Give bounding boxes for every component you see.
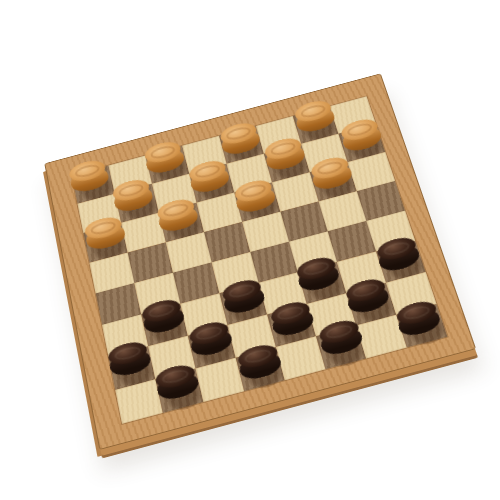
- product-photo: [0, 0, 500, 500]
- checker-dark-piece[interactable]: [219, 276, 266, 316]
- checkers-board: [44, 73, 476, 450]
- square-r4c8[interactable]: [357, 181, 405, 221]
- square-r3c7[interactable]: [310, 162, 357, 201]
- checker-dark-piece[interactable]: [343, 275, 391, 316]
- square-r4c5[interactable]: [242, 212, 289, 252]
- square-r7c3[interactable]: [188, 325, 236, 368]
- square-r8c6[interactable]: [316, 325, 366, 369]
- square-r8c8[interactable]: [396, 304, 447, 348]
- square-r8c4[interactable]: [236, 347, 285, 391]
- square-r8c2[interactable]: [155, 368, 203, 412]
- checker-dark-piece[interactable]: [152, 361, 201, 402]
- checkers-board-grid: [71, 95, 449, 425]
